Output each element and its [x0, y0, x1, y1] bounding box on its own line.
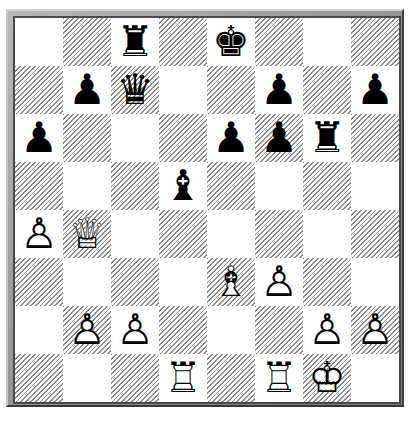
square-b7[interactable]: ♟ [63, 66, 111, 114]
square-g8[interactable] [303, 18, 351, 66]
black-pawn-fill-glyph: ♟ [207, 114, 255, 162]
white-rook-outline-glyph: ♖ [159, 354, 207, 402]
white-pawn-outline-glyph: ♙ [63, 306, 111, 354]
square-f3[interactable]: ♟♙ [255, 258, 303, 306]
square-a1[interactable] [15, 354, 63, 402]
square-d1[interactable]: ♜♖ [159, 354, 207, 402]
white-pawn-outline-glyph: ♙ [351, 306, 399, 354]
square-g5[interactable] [303, 162, 351, 210]
square-b6[interactable] [63, 114, 111, 162]
square-a6[interactable]: ♟ [15, 114, 63, 162]
square-h2[interactable]: ♟♙ [351, 306, 399, 354]
black-pawn-fill-glyph: ♟ [63, 66, 111, 114]
square-h5[interactable] [351, 162, 399, 210]
white-pawn-outline-glyph: ♙ [111, 306, 159, 354]
square-c3[interactable] [111, 258, 159, 306]
page: ♜♚♟♛♟♟♟♟♟♜♝♟♙♛♕♝♗♟♙♟♙♟♙♟♙♟♙♜♖♜♖♚♔ [0, 0, 414, 422]
square-h3[interactable] [351, 258, 399, 306]
square-b5[interactable] [63, 162, 111, 210]
square-b1[interactable] [63, 354, 111, 402]
square-g6[interactable]: ♜ [303, 114, 351, 162]
square-c6[interactable] [111, 114, 159, 162]
piece-white-rook[interactable]: ♜♖ [255, 354, 303, 402]
black-pawn-fill-glyph: ♟ [15, 114, 63, 162]
white-pawn-outline-glyph: ♙ [303, 306, 351, 354]
piece-white-pawn[interactable]: ♟♙ [15, 210, 63, 258]
piece-black-pawn[interactable]: ♟ [63, 66, 111, 114]
square-e4[interactable] [207, 210, 255, 258]
board-frame: ♜♚♟♛♟♟♟♟♟♜♝♟♙♛♕♝♗♟♙♟♙♟♙♟♙♟♙♜♖♜♖♚♔ [6, 9, 404, 407]
square-f1[interactable]: ♜♖ [255, 354, 303, 402]
square-h8[interactable] [351, 18, 399, 66]
square-e3[interactable]: ♝♗ [207, 258, 255, 306]
chess-board: ♜♚♟♛♟♟♟♟♟♜♝♟♙♛♕♝♗♟♙♟♙♟♙♟♙♟♙♜♖♜♖♚♔ [13, 16, 401, 404]
piece-black-pawn[interactable]: ♟ [351, 66, 399, 114]
square-d3[interactable] [159, 258, 207, 306]
square-a2[interactable] [15, 306, 63, 354]
piece-black-rook[interactable]: ♜ [303, 114, 351, 162]
square-c5[interactable] [111, 162, 159, 210]
white-pawn-outline-glyph: ♙ [255, 258, 303, 306]
black-pawn-fill-glyph: ♟ [255, 66, 303, 114]
piece-white-rook[interactable]: ♜♖ [159, 354, 207, 402]
square-d6[interactable] [159, 114, 207, 162]
white-pawn-outline-glyph: ♙ [15, 210, 63, 258]
square-d5[interactable]: ♝ [159, 162, 207, 210]
piece-white-pawn[interactable]: ♟♙ [63, 306, 111, 354]
black-pawn-fill-glyph: ♟ [351, 66, 399, 114]
square-e7[interactable] [207, 66, 255, 114]
white-bishop-outline-glyph: ♗ [207, 258, 255, 306]
square-a5[interactable] [15, 162, 63, 210]
square-d4[interactable] [159, 210, 207, 258]
white-king-outline-glyph: ♔ [303, 354, 351, 402]
square-a3[interactable] [15, 258, 63, 306]
square-d8[interactable] [159, 18, 207, 66]
square-d2[interactable] [159, 306, 207, 354]
piece-white-king[interactable]: ♚♔ [303, 354, 351, 402]
black-bishop-fill-glyph: ♝ [159, 162, 207, 210]
square-b8[interactable] [63, 18, 111, 66]
square-g3[interactable] [303, 258, 351, 306]
square-c4[interactable] [111, 210, 159, 258]
piece-white-pawn[interactable]: ♟♙ [303, 306, 351, 354]
square-e6[interactable]: ♟ [207, 114, 255, 162]
square-e5[interactable] [207, 162, 255, 210]
square-b3[interactable] [63, 258, 111, 306]
square-h6[interactable] [351, 114, 399, 162]
square-d7[interactable] [159, 66, 207, 114]
piece-black-pawn[interactable]: ♟ [255, 114, 303, 162]
square-a4[interactable]: ♟♙ [15, 210, 63, 258]
piece-white-queen[interactable]: ♛♕ [63, 210, 111, 258]
square-g2[interactable]: ♟♙ [303, 306, 351, 354]
piece-black-bishop[interactable]: ♝ [159, 162, 207, 210]
square-h4[interactable] [351, 210, 399, 258]
square-f4[interactable] [255, 210, 303, 258]
square-f8[interactable] [255, 18, 303, 66]
piece-white-pawn[interactable]: ♟♙ [351, 306, 399, 354]
square-g1[interactable]: ♚♔ [303, 354, 351, 402]
square-b2[interactable]: ♟♙ [63, 306, 111, 354]
piece-black-pawn[interactable]: ♟ [255, 66, 303, 114]
white-rook-outline-glyph: ♖ [255, 354, 303, 402]
piece-white-pawn[interactable]: ♟♙ [255, 258, 303, 306]
black-king-fill-glyph: ♚ [207, 18, 255, 66]
piece-white-bishop[interactable]: ♝♗ [207, 258, 255, 306]
square-e8[interactable]: ♚ [207, 18, 255, 66]
square-f2[interactable] [255, 306, 303, 354]
piece-black-pawn[interactable]: ♟ [207, 114, 255, 162]
square-h1[interactable] [351, 354, 399, 402]
piece-black-pawn[interactable]: ♟ [15, 114, 63, 162]
square-c7[interactable]: ♛ [111, 66, 159, 114]
square-f5[interactable] [255, 162, 303, 210]
piece-black-king[interactable]: ♚ [207, 18, 255, 66]
square-h7[interactable]: ♟ [351, 66, 399, 114]
square-b4[interactable]: ♛♕ [63, 210, 111, 258]
square-a7[interactable] [15, 66, 63, 114]
square-e1[interactable] [207, 354, 255, 402]
piece-white-pawn[interactable]: ♟♙ [111, 306, 159, 354]
square-e2[interactable] [207, 306, 255, 354]
square-f7[interactable]: ♟ [255, 66, 303, 114]
square-a8[interactable] [15, 18, 63, 66]
piece-black-rook[interactable]: ♜ [111, 18, 159, 66]
black-pawn-fill-glyph: ♟ [255, 114, 303, 162]
square-c2[interactable]: ♟♙ [111, 306, 159, 354]
square-g7[interactable] [303, 66, 351, 114]
piece-black-queen[interactable]: ♛ [111, 66, 159, 114]
black-rook-fill-glyph: ♜ [303, 114, 351, 162]
white-queen-outline-glyph: ♕ [63, 210, 111, 258]
square-g4[interactable] [303, 210, 351, 258]
square-c8[interactable]: ♜ [111, 18, 159, 66]
black-queen-fill-glyph: ♛ [111, 66, 159, 114]
square-f6[interactable]: ♟ [255, 114, 303, 162]
square-c1[interactable] [111, 354, 159, 402]
black-rook-fill-glyph: ♜ [111, 18, 159, 66]
